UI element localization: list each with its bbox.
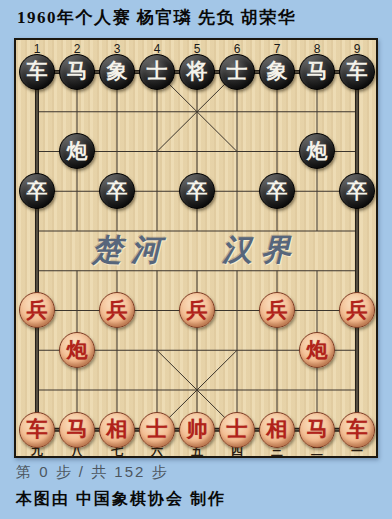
piece-glyph: 相 <box>107 419 128 440</box>
piece-red-advisor[interactable]: 士 <box>219 412 255 448</box>
piece-glyph: 兵 <box>107 300 128 321</box>
piece-glyph: 马 <box>307 419 328 440</box>
piece-red-soldier[interactable]: 兵 <box>259 292 295 328</box>
piece-glyph: 兵 <box>187 300 208 321</box>
piece-red-horse[interactable]: 马 <box>299 412 335 448</box>
piece-black-horse[interactable]: 马 <box>59 54 95 90</box>
piece-glyph: 相 <box>267 419 288 440</box>
piece-red-elephant[interactable]: 相 <box>259 412 295 448</box>
piece-black-cannon[interactable]: 炮 <box>299 133 335 169</box>
piece-glyph: 马 <box>67 61 88 82</box>
piece-glyph: 象 <box>267 61 288 82</box>
piece-glyph: 士 <box>227 61 248 82</box>
piece-glyph: 卒 <box>27 181 48 202</box>
move-counter: 第 0 步 / 共 152 步 <box>16 463 169 482</box>
piece-glyph: 炮 <box>307 340 328 361</box>
xiangqi-board: 123456789 楚河 汉界 车马象士将士象马车炮炮卒卒卒卒卒兵兵兵兵兵炮炮车… <box>14 38 378 458</box>
piece-red-general[interactable]: 帅 <box>179 412 215 448</box>
piece-black-soldier[interactable]: 卒 <box>19 173 55 209</box>
piece-glyph: 象 <box>107 61 128 82</box>
piece-glyph: 将 <box>187 61 208 82</box>
piece-glyph: 炮 <box>307 141 328 162</box>
piece-red-elephant[interactable]: 相 <box>99 412 135 448</box>
piece-glyph: 兵 <box>267 300 288 321</box>
piece-red-soldier[interactable]: 兵 <box>339 292 375 328</box>
piece-red-advisor[interactable]: 士 <box>139 412 175 448</box>
piece-red-cannon[interactable]: 炮 <box>59 332 95 368</box>
piece-glyph: 卒 <box>267 181 288 202</box>
piece-glyph: 卒 <box>187 181 208 202</box>
piece-glyph: 车 <box>27 419 48 440</box>
piece-glyph: 炮 <box>67 340 88 361</box>
piece-black-elephant[interactable]: 象 <box>259 54 295 90</box>
piece-glyph: 卒 <box>107 181 128 202</box>
piece-glyph: 马 <box>307 61 328 82</box>
xiangqi-viewer: 1960年个人赛 杨官璘 先负 胡荣华 123456789 楚河 汉界 车马象士… <box>0 0 392 519</box>
piece-glyph: 炮 <box>67 141 88 162</box>
piece-glyph: 车 <box>27 61 48 82</box>
piece-black-advisor[interactable]: 士 <box>139 54 175 90</box>
piece-black-soldier[interactable]: 卒 <box>99 173 135 209</box>
piece-black-soldier[interactable]: 卒 <box>339 173 375 209</box>
piece-red-soldier[interactable]: 兵 <box>179 292 215 328</box>
piece-red-soldier[interactable]: 兵 <box>19 292 55 328</box>
piece-black-soldier[interactable]: 卒 <box>179 173 215 209</box>
piece-red-cannon[interactable]: 炮 <box>299 332 335 368</box>
piece-glyph: 帅 <box>187 419 208 440</box>
board-grid: 车马象士将士象马车炮炮卒卒卒卒卒兵兵兵兵兵炮炮车马相士帅士相马车 <box>17 52 377 450</box>
piece-red-horse[interactable]: 马 <box>59 412 95 448</box>
piece-red-rook[interactable]: 车 <box>19 412 55 448</box>
piece-glyph: 士 <box>227 419 248 440</box>
piece-black-rook[interactable]: 车 <box>19 54 55 90</box>
piece-glyph: 车 <box>347 419 368 440</box>
piece-glyph: 马 <box>67 419 88 440</box>
piece-black-horse[interactable]: 马 <box>299 54 335 90</box>
piece-red-soldier[interactable]: 兵 <box>99 292 135 328</box>
piece-black-soldier[interactable]: 卒 <box>259 173 295 209</box>
credit-text: 本图由 中国象棋协会 制作 <box>16 489 226 510</box>
piece-glyph: 士 <box>147 61 168 82</box>
piece-glyph: 车 <box>347 61 368 82</box>
piece-red-rook[interactable]: 车 <box>339 412 375 448</box>
piece-black-general[interactable]: 将 <box>179 54 215 90</box>
piece-glyph: 卒 <box>347 181 368 202</box>
piece-glyph: 兵 <box>347 300 368 321</box>
piece-glyph: 兵 <box>27 300 48 321</box>
piece-glyph: 士 <box>147 419 168 440</box>
piece-black-rook[interactable]: 车 <box>339 54 375 90</box>
piece-black-cannon[interactable]: 炮 <box>59 133 95 169</box>
piece-black-elephant[interactable]: 象 <box>99 54 135 90</box>
piece-black-advisor[interactable]: 士 <box>219 54 255 90</box>
game-title: 1960年个人赛 杨官璘 先负 胡荣华 <box>17 6 387 29</box>
